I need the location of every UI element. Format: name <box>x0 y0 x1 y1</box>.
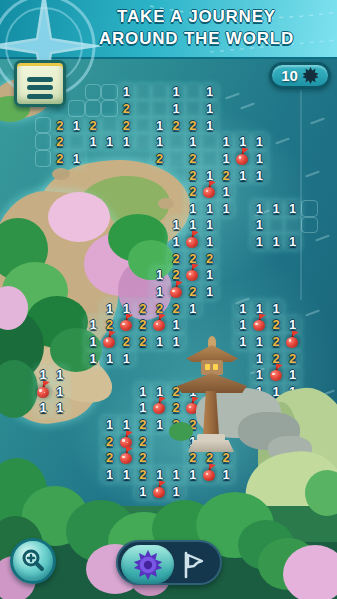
cell-r3-c6[interactable]: 1 <box>101 133 118 150</box>
lantern-bush <box>169 422 193 441</box>
adjacent-mine-count: 1 <box>156 268 163 281</box>
cell-r2-c6[interactable] <box>101 117 118 134</box>
cell-r0-c11[interactable] <box>185 84 202 101</box>
flagged-mine-icon <box>253 318 266 331</box>
adjacent-mine-count: 2 <box>173 119 180 132</box>
adjacent-mine-count: 2 <box>106 318 113 331</box>
cell-r23-c12[interactable] <box>201 466 218 483</box>
adjacent-mine-count: 1 <box>89 352 96 365</box>
cell-r3-c4[interactable] <box>68 133 85 150</box>
mine-counter-value: 10 <box>281 67 298 84</box>
adjacent-mine-count: 2 <box>189 285 196 298</box>
cell-r18-c8[interactable]: 1 <box>135 383 152 400</box>
cell-r13-c10[interactable]: 2 <box>168 300 185 317</box>
cell-r0-c10[interactable]: 1 <box>168 84 185 101</box>
cell-r19-c2[interactable]: 1 <box>35 400 52 417</box>
cell-r7-c11[interactable]: 1 <box>185 200 202 217</box>
adjacent-mine-count: 2 <box>272 352 279 365</box>
cell-r2-c9[interactable]: 1 <box>151 117 168 134</box>
title-line-1: TAKE A JOURNEY <box>58 6 335 28</box>
purple-mine-icon <box>133 550 163 580</box>
adjacent-mine-count: 1 <box>89 335 96 348</box>
flagged-mine-icon <box>120 451 133 464</box>
cell-r8-c12[interactable]: 1 <box>201 217 218 234</box>
cell-r1-c10[interactable]: 1 <box>168 100 185 117</box>
cell-r6-c13[interactable]: 1 <box>218 183 235 200</box>
cell-r8-c10[interactable]: 1 <box>168 217 185 234</box>
cell-r2-c11[interactable]: 2 <box>185 117 202 134</box>
cell-r1-c12[interactable]: 1 <box>201 100 218 117</box>
adjacent-mine-count: 1 <box>156 418 163 431</box>
adjacent-mine-count: 1 <box>156 135 163 148</box>
cell-r9-c11[interactable] <box>185 233 202 250</box>
cell-r9-c17[interactable]: 1 <box>284 233 301 250</box>
adjacent-mine-count: 1 <box>239 318 246 331</box>
cell-r2-c10[interactable]: 2 <box>168 117 185 134</box>
cell-r12-c12[interactable]: 1 <box>201 283 218 300</box>
cell-r7-c16[interactable]: 1 <box>268 200 285 217</box>
flagged-mine-icon <box>236 152 249 165</box>
flagged-mine-icon <box>203 468 216 481</box>
flagged-mine-icon <box>37 385 50 398</box>
adjacent-mine-count: 1 <box>272 235 279 248</box>
cell-r14-c16[interactable]: 2 <box>268 316 285 333</box>
adjacent-mine-count: 1 <box>189 468 196 481</box>
cell-r13-c11[interactable]: 1 <box>185 300 202 317</box>
cell-r8-c15[interactable]: 1 <box>251 217 268 234</box>
adjacent-mine-count: 1 <box>173 102 180 115</box>
adjacent-mine-count: 1 <box>289 202 296 215</box>
cell-r9-c16[interactable]: 1 <box>268 233 285 250</box>
cell-r7-c18[interactable] <box>301 200 318 217</box>
cell-r2-c4[interactable]: 1 <box>68 117 85 134</box>
adjacent-mine-count: 1 <box>139 485 146 498</box>
flagged-mine-icon <box>153 318 166 331</box>
lantern-main-roof <box>177 373 247 393</box>
cell-r2-c7[interactable]: 2 <box>118 117 135 134</box>
cell-r4-c10[interactable] <box>168 150 185 167</box>
cell-r17-c16[interactable] <box>268 366 285 383</box>
cell-r4-c3[interactable]: 2 <box>51 150 68 167</box>
cell-r3-c12[interactable] <box>201 133 218 150</box>
adjacent-mine-count: 1 <box>89 135 96 148</box>
adjacent-mine-count: 2 <box>223 169 230 182</box>
cell-r13-c6[interactable]: 1 <box>101 300 118 317</box>
cell-r3-c13[interactable]: 1 <box>218 133 235 150</box>
adjacent-mine-count: 1 <box>123 418 130 431</box>
cell-r22-c11[interactable]: 2 <box>185 450 202 467</box>
cell-r8-c16[interactable] <box>268 217 285 234</box>
adjacent-mine-count: 1 <box>56 385 63 398</box>
flag-mode-button[interactable] <box>172 545 214 584</box>
cell-r3-c7[interactable]: 1 <box>118 133 135 150</box>
cell-r24-c9[interactable] <box>151 483 168 500</box>
adjacent-mine-count: 2 <box>106 435 113 448</box>
adjacent-mine-count: 2 <box>272 318 279 331</box>
cell-r4-c15[interactable]: 1 <box>251 150 268 167</box>
adjacent-mine-count: 1 <box>256 218 263 231</box>
cell-r4-c9[interactable]: 2 <box>151 150 168 167</box>
cell-r15-c17[interactable] <box>284 333 301 350</box>
cell-r13-c16[interactable]: 1 <box>268 300 285 317</box>
cell-r16-c17[interactable]: 2 <box>284 350 301 367</box>
adjacent-mine-count: 1 <box>173 468 180 481</box>
adjacent-mine-count: 1 <box>156 335 163 348</box>
cell-r14-c10[interactable]: 1 <box>168 316 185 333</box>
adjacent-mine-count: 1 <box>89 318 96 331</box>
adjacent-mine-count: 1 <box>156 385 163 398</box>
cell-r15-c8[interactable]: 2 <box>135 333 152 350</box>
flagged-mine-icon <box>186 268 199 281</box>
cell-r19-c9[interactable] <box>151 400 168 417</box>
cell-r15-c7[interactable]: 2 <box>118 333 135 350</box>
adjacent-mine-count: 1 <box>123 135 130 148</box>
adjacent-mine-count: 1 <box>206 202 213 215</box>
adjacent-mine-count: 2 <box>139 451 146 464</box>
adjacent-mine-count: 2 <box>189 119 196 132</box>
hamburger-icon <box>27 77 53 82</box>
adjacent-mine-count: 2 <box>189 451 196 464</box>
adjacent-mine-count: 1 <box>73 152 80 165</box>
adjacent-mine-count: 1 <box>223 202 230 215</box>
adjacent-mine-count: 2 <box>156 302 163 315</box>
cell-r23-c10[interactable]: 1 <box>168 466 185 483</box>
cell-r7-c13[interactable]: 1 <box>218 200 235 217</box>
cell-r8-c18[interactable] <box>301 217 318 234</box>
cell-r3-c15[interactable]: 1 <box>251 133 268 150</box>
adjacent-mine-count: 1 <box>106 352 113 365</box>
cell-r4-c4[interactable]: 1 <box>68 150 85 167</box>
adjacent-mine-count: 1 <box>173 485 180 498</box>
cell-r18-c2[interactable] <box>35 383 52 400</box>
cell-r0-c8[interactable] <box>135 84 152 101</box>
blossom-tree <box>283 545 337 599</box>
cell-r11-c9[interactable]: 1 <box>151 267 168 284</box>
adjacent-mine-count: 1 <box>289 235 296 248</box>
cell-r1-c8[interactable] <box>135 100 152 117</box>
cell-r12-c11[interactable]: 2 <box>185 283 202 300</box>
cell-r3-c9[interactable]: 1 <box>151 133 168 150</box>
cell-r3-c8[interactable] <box>135 133 152 150</box>
cell-r14-c5[interactable]: 1 <box>85 316 102 333</box>
adjacent-mine-count: 2 <box>189 169 196 182</box>
adjacent-mine-count: 1 <box>39 401 46 414</box>
adjacent-mine-count: 1 <box>106 135 113 148</box>
adjacent-mine-count: 2 <box>56 152 63 165</box>
cell-r3-c2[interactable] <box>35 133 52 150</box>
header-banner: TAKE A JOURNEY AROUND THE WORLD <box>0 0 337 59</box>
cell-r17-c3[interactable]: 1 <box>51 366 68 383</box>
game-screen: 1112112122122121111111121221121211211111… <box>0 0 337 599</box>
adjacent-mine-count: 2 <box>106 451 113 464</box>
lantern-base-cap <box>197 434 225 441</box>
adjacent-mine-count: 2 <box>272 335 279 348</box>
zoom-in-button[interactable] <box>10 538 56 584</box>
cell-r9-c15[interactable]: 1 <box>251 233 268 250</box>
cell-r14-c9[interactable] <box>151 316 168 333</box>
adjacent-mine-count: 2 <box>56 119 63 132</box>
adjacent-mine-count: 2 <box>123 119 130 132</box>
adjacent-mine-count: 1 <box>206 85 213 98</box>
cell-r23-c13[interactable]: 1 <box>218 466 235 483</box>
adjacent-mine-count: 2 <box>139 335 146 348</box>
adjacent-mine-count: 1 <box>56 368 63 381</box>
flagged-mine-icon <box>153 401 166 414</box>
adjacent-mine-count: 1 <box>156 119 163 132</box>
adjacent-mine-count: 2 <box>123 102 130 115</box>
adjacent-mine-count: 1 <box>256 235 263 248</box>
cell-r5-c15[interactable]: 1 <box>251 167 268 184</box>
adjacent-mine-count: 2 <box>223 451 230 464</box>
cell-r16-c5[interactable]: 1 <box>85 350 102 367</box>
cell-r11-c12[interactable]: 1 <box>201 267 218 284</box>
cell-r5-c14[interactable]: 1 <box>234 167 251 184</box>
flagged-mine-icon <box>103 335 116 348</box>
cell-r4-c14[interactable] <box>234 150 251 167</box>
cell-r20-c9[interactable]: 1 <box>151 416 168 433</box>
adjacent-mine-count: 2 <box>139 418 146 431</box>
adjacent-mine-count: 1 <box>256 202 263 215</box>
cell-r14-c15[interactable] <box>251 316 268 333</box>
adjacent-mine-count: 1 <box>256 135 263 148</box>
cell-r5-c13[interactable]: 2 <box>218 167 235 184</box>
adjacent-mine-count: 2 <box>139 468 146 481</box>
mine-flag-toggle <box>116 540 222 585</box>
adjacent-mine-count: 1 <box>139 401 146 414</box>
menu-button[interactable] <box>14 60 66 107</box>
adjacent-mine-count: 1 <box>123 468 130 481</box>
cell-r3-c5[interactable]: 1 <box>85 133 102 150</box>
cell-r0-c12[interactable]: 1 <box>201 84 218 101</box>
flagged-mine-icon <box>153 485 166 498</box>
adjacent-mine-count: 1 <box>139 385 146 398</box>
adjacent-mine-count: 2 <box>139 318 146 331</box>
adjacent-mine-count: 1 <box>173 235 180 248</box>
cell-r7-c17[interactable]: 1 <box>284 200 301 217</box>
adjacent-mine-count: 1 <box>123 85 130 98</box>
cell-r2-c3[interactable]: 2 <box>51 117 68 134</box>
adjacent-mine-count: 1 <box>239 169 246 182</box>
flagged-mine-icon <box>270 368 283 381</box>
cell-r19-c3[interactable]: 1 <box>51 400 68 417</box>
cell-r7-c12[interactable]: 1 <box>201 200 218 217</box>
cell-r23-c6[interactable]: 1 <box>101 466 118 483</box>
cell-r4-c11[interactable]: 2 <box>185 150 202 167</box>
flag-icon <box>180 550 206 580</box>
adjacent-mine-count: 1 <box>272 302 279 315</box>
adjacent-mine-count: 2 <box>189 152 196 165</box>
adjacent-mine-count: 1 <box>156 468 163 481</box>
adjacent-mine-count: 1 <box>239 135 246 148</box>
cell-r9-c12[interactable]: 1 <box>201 233 218 250</box>
adjacent-mine-count: 2 <box>89 119 96 132</box>
cell-r15-c6[interactable] <box>101 333 118 350</box>
cell-r1-c11[interactable] <box>185 100 202 117</box>
adjacent-mine-count: 1 <box>206 119 213 132</box>
adjacent-mine-count: 2 <box>139 435 146 448</box>
adjacent-mine-count: 2 <box>189 185 196 198</box>
cell-r0-c9[interactable] <box>151 84 168 101</box>
adjacent-mine-count: 1 <box>239 302 246 315</box>
adjacent-mine-count: 1 <box>189 218 196 231</box>
cell-r10-c12[interactable]: 2 <box>201 250 218 267</box>
cell-r6-c12[interactable] <box>201 183 218 200</box>
adjacent-mine-count: 1 <box>256 169 263 182</box>
adjacent-mine-count: 1 <box>289 318 296 331</box>
adjacent-mine-count: 1 <box>106 418 113 431</box>
adjacent-mine-count: 1 <box>106 468 113 481</box>
flagged-mine-icon <box>186 235 199 248</box>
flagged-mine-icon <box>120 318 133 331</box>
adjacent-mine-count: 1 <box>73 119 80 132</box>
adjacent-mine-count: 1 <box>223 152 230 165</box>
cell-r16-c7[interactable]: 1 <box>118 350 135 367</box>
adjacent-mine-count: 2 <box>189 252 196 265</box>
cell-r15-c9[interactable]: 1 <box>151 333 168 350</box>
adjacent-mine-count: 2 <box>173 252 180 265</box>
adjacent-mine-count: 1 <box>106 302 113 315</box>
adjacent-mine-count: 1 <box>223 468 230 481</box>
adjacent-mine-count: 2 <box>139 302 146 315</box>
cell-r7-c15[interactable]: 1 <box>251 200 268 217</box>
cell-r11-c11[interactable] <box>185 267 202 284</box>
page-title: TAKE A JOURNEY AROUND THE WORLD <box>58 6 335 50</box>
adjacent-mine-count: 1 <box>56 401 63 414</box>
adjacent-mine-count: 2 <box>289 352 296 365</box>
cell-r14-c7[interactable] <box>118 316 135 333</box>
adjacent-mine-count: 1 <box>256 302 263 315</box>
adjacent-mine-count: 1 <box>206 102 213 115</box>
mine-mode-button[interactable] <box>121 545 174 584</box>
adjacent-mine-count: 1 <box>206 218 213 231</box>
cell-r24-c10[interactable]: 1 <box>168 483 185 500</box>
cell-r3-c3[interactable]: 2 <box>51 133 68 150</box>
cell-r1-c9[interactable] <box>151 100 168 117</box>
cell-r23-c7[interactable]: 1 <box>118 466 135 483</box>
cell-r8-c17[interactable] <box>284 217 301 234</box>
lantern-pedestal <box>188 440 234 452</box>
adjacent-mine-count: 1 <box>289 368 296 381</box>
lantern-window <box>213 364 218 370</box>
adjacent-mine-count: 1 <box>189 135 196 148</box>
adjacent-mine-count: 1 <box>189 202 196 215</box>
flagged-mine-icon <box>120 435 133 448</box>
mine-counter: 10 <box>269 62 331 89</box>
cell-r3-c10[interactable] <box>168 133 185 150</box>
cell-r22-c13[interactable]: 2 <box>218 450 235 467</box>
cell-r2-c12[interactable]: 1 <box>201 117 218 134</box>
adjacent-mine-count: 1 <box>206 235 213 248</box>
adjacent-mine-count: 2 <box>156 152 163 165</box>
adjacent-mine-count: 1 <box>223 185 230 198</box>
adjacent-mine-count: 2 <box>173 268 180 281</box>
cell-r0-c7[interactable]: 1 <box>118 84 135 101</box>
cell-r16-c6[interactable]: 1 <box>101 350 118 367</box>
cell-r22-c7[interactable] <box>118 450 135 467</box>
cell-r18-c3[interactable]: 1 <box>51 383 68 400</box>
cell-r10-c10[interactable]: 2 <box>168 250 185 267</box>
cell-r13-c14[interactable]: 1 <box>234 300 251 317</box>
adjacent-mine-count: 2 <box>56 135 63 148</box>
cell-r20-c8[interactable]: 2 <box>135 416 152 433</box>
adjacent-mine-count: 1 <box>189 302 196 315</box>
adjacent-mine-count: 1 <box>173 318 180 331</box>
cell-r22-c8[interactable]: 2 <box>135 450 152 467</box>
adjacent-mine-count: 1 <box>39 368 46 381</box>
flagged-mine-icon <box>170 285 183 298</box>
stone-lantern-landmark <box>167 336 259 452</box>
lantern-window <box>205 364 210 370</box>
lantern-column <box>203 391 219 436</box>
cell-r17-c17[interactable]: 1 <box>284 366 301 383</box>
flagged-mine-icon <box>203 185 216 198</box>
adjacent-mine-count: 2 <box>206 252 213 265</box>
cell-r21-c8[interactable]: 2 <box>135 433 152 450</box>
adjacent-mine-count: 1 <box>272 202 279 215</box>
cell-r2-c8[interactable] <box>135 117 152 134</box>
adjacent-mine-count: 1 <box>173 218 180 231</box>
adjacent-mine-count: 2 <box>123 335 130 348</box>
cell-r5-c11[interactable]: 2 <box>185 167 202 184</box>
adjacent-mine-count: 1 <box>123 302 130 315</box>
adjacent-mine-count: 1 <box>206 285 213 298</box>
adjacent-mine-count: 1 <box>206 268 213 281</box>
cell-r2-c2[interactable] <box>35 117 52 134</box>
adjacent-mine-count: 1 <box>173 85 180 98</box>
title-line-2: AROUND THE WORLD <box>58 28 335 50</box>
cell-r23-c8[interactable]: 2 <box>135 466 152 483</box>
adjacent-mine-count: 1 <box>123 352 130 365</box>
cell-r13-c8[interactable]: 2 <box>135 300 152 317</box>
cell-r3-c11[interactable]: 1 <box>185 133 202 150</box>
adjacent-mine-count: 2 <box>173 302 180 315</box>
mine-icon <box>302 67 319 84</box>
adjacent-mine-count: 1 <box>156 285 163 298</box>
cell-r2-c5[interactable]: 2 <box>85 117 102 134</box>
cell-r4-c12[interactable] <box>201 150 218 167</box>
cell-r12-c10[interactable] <box>168 283 185 300</box>
adjacent-mine-count: 1 <box>223 135 230 148</box>
cell-r20-c6[interactable]: 1 <box>101 416 118 433</box>
cell-r4-c2[interactable] <box>35 150 52 167</box>
adjacent-mine-count: 1 <box>256 152 263 165</box>
adjacent-mine-count: 1 <box>206 169 213 182</box>
adjacent-mine-count: 2 <box>206 451 213 464</box>
magnifier-plus-icon <box>20 548 46 574</box>
cell-r1-c7[interactable]: 2 <box>118 100 135 117</box>
flagged-mine-icon <box>286 335 299 348</box>
